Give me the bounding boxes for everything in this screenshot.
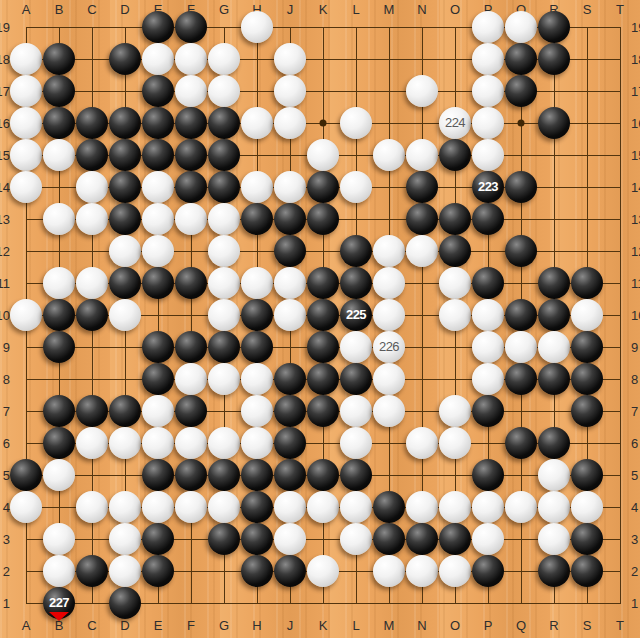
stone	[142, 75, 174, 107]
row-label-left: 1	[3, 597, 10, 610]
column-label-top: C	[87, 3, 96, 16]
stone	[538, 523, 570, 555]
stone	[76, 171, 108, 203]
stone	[175, 395, 207, 427]
stone	[307, 395, 339, 427]
stone	[109, 171, 141, 203]
stone	[505, 75, 537, 107]
stone	[505, 43, 537, 75]
stone	[274, 107, 306, 139]
row-label-right: 19	[631, 21, 640, 34]
stone	[571, 299, 603, 331]
stone	[472, 75, 504, 107]
last-move-marker	[49, 612, 69, 621]
stone	[340, 491, 372, 523]
column-label-top: G	[219, 3, 229, 16]
stone	[373, 235, 405, 267]
stone	[43, 299, 75, 331]
stone	[340, 331, 372, 363]
stone	[43, 331, 75, 363]
row-label-right: 1	[631, 597, 638, 610]
stone	[472, 555, 504, 587]
stone	[472, 203, 504, 235]
stone	[472, 331, 504, 363]
stone	[43, 267, 75, 299]
stone	[142, 267, 174, 299]
stone	[241, 203, 273, 235]
stone	[175, 11, 207, 43]
stone	[208, 331, 240, 363]
stone	[274, 75, 306, 107]
row-label-left: 11	[0, 277, 10, 290]
stone	[538, 331, 570, 363]
row-label-right: 5	[631, 469, 638, 482]
stone	[274, 299, 306, 331]
column-label-bottom: N	[417, 619, 426, 632]
row-label-right: 2	[631, 565, 638, 578]
stone	[175, 363, 207, 395]
stone	[142, 11, 174, 43]
stone	[406, 555, 438, 587]
stone	[505, 427, 537, 459]
row-label-left: 10	[0, 309, 10, 322]
stone	[307, 459, 339, 491]
stone	[340, 395, 372, 427]
stone	[274, 203, 306, 235]
stone	[43, 75, 75, 107]
row-label-right: 17	[631, 85, 640, 98]
stone	[472, 43, 504, 75]
stone	[505, 491, 537, 523]
column-label-bottom: Q	[516, 619, 526, 632]
stone	[76, 299, 108, 331]
row-label-left: 16	[0, 117, 10, 130]
stone	[406, 491, 438, 523]
stone	[142, 171, 174, 203]
stone	[274, 523, 306, 555]
row-label-right: 9	[631, 341, 638, 354]
row-label-left: 9	[3, 341, 10, 354]
stone	[274, 171, 306, 203]
stone	[439, 235, 471, 267]
stone	[10, 75, 42, 107]
stone	[472, 459, 504, 491]
stone	[142, 107, 174, 139]
stone	[373, 139, 405, 171]
stone: 223	[472, 171, 504, 203]
stone	[142, 555, 174, 587]
stone	[571, 523, 603, 555]
stone	[175, 459, 207, 491]
row-label-left: 12	[0, 245, 10, 258]
stone	[142, 331, 174, 363]
stone	[373, 267, 405, 299]
stone	[10, 171, 42, 203]
row-label-right: 10	[631, 309, 640, 322]
column-label-top: A	[22, 3, 31, 16]
move-number-label: 226	[379, 339, 399, 354]
stone	[538, 43, 570, 75]
stone	[373, 363, 405, 395]
stone	[439, 203, 471, 235]
stone	[241, 363, 273, 395]
stone	[109, 427, 141, 459]
row-label-right: 16	[631, 117, 640, 130]
stone	[208, 459, 240, 491]
stone	[307, 203, 339, 235]
column-label-bottom: H	[252, 619, 261, 632]
move-number-label: 223	[478, 179, 498, 194]
stone	[76, 427, 108, 459]
stone	[208, 43, 240, 75]
stone	[76, 491, 108, 523]
row-label-right: 7	[631, 405, 638, 418]
stone	[373, 491, 405, 523]
move-number-label: 224	[445, 115, 465, 130]
stone	[307, 171, 339, 203]
stone	[571, 395, 603, 427]
stone	[76, 107, 108, 139]
column-label-bottom: R	[549, 619, 558, 632]
stone	[340, 171, 372, 203]
stone	[406, 75, 438, 107]
column-label-bottom: K	[319, 619, 328, 632]
row-label-right: 13	[631, 213, 640, 226]
stone	[439, 395, 471, 427]
stone	[241, 331, 273, 363]
stone	[109, 523, 141, 555]
stone	[538, 427, 570, 459]
column-label-top: M	[384, 3, 395, 16]
row-label-right: 6	[631, 437, 638, 450]
star-point	[320, 120, 327, 127]
stone: 226	[373, 331, 405, 363]
stone	[340, 107, 372, 139]
stone	[109, 203, 141, 235]
stone	[505, 331, 537, 363]
stone	[241, 523, 273, 555]
stone	[208, 363, 240, 395]
row-label-left: 7	[3, 405, 10, 418]
stone	[340, 235, 372, 267]
stone	[373, 395, 405, 427]
column-label-bottom: E	[154, 619, 163, 632]
stone	[241, 107, 273, 139]
stone	[142, 491, 174, 523]
stone	[175, 43, 207, 75]
stone	[175, 107, 207, 139]
stone	[175, 491, 207, 523]
column-label-bottom: S	[583, 619, 592, 632]
row-label-left: 2	[3, 565, 10, 578]
stone	[274, 491, 306, 523]
stone	[340, 267, 372, 299]
stone	[439, 139, 471, 171]
column-label-bottom: C	[87, 619, 96, 632]
stone	[472, 299, 504, 331]
column-label-bottom: T	[616, 619, 624, 632]
row-label-left: 17	[0, 85, 10, 98]
stone: 225	[340, 299, 372, 331]
go-board[interactable]: AABBCCDDEEFFGGHHJJKKLLMMNNOOPPQQRRSSTT19…	[0, 0, 640, 638]
row-label-left: 4	[3, 501, 10, 514]
stone	[340, 427, 372, 459]
stone	[175, 267, 207, 299]
stone	[505, 11, 537, 43]
row-label-left: 5	[3, 469, 10, 482]
stone	[439, 267, 471, 299]
stone	[241, 11, 273, 43]
stone	[472, 363, 504, 395]
stone	[274, 267, 306, 299]
stone	[76, 203, 108, 235]
stone	[307, 363, 339, 395]
column-label-top: B	[55, 3, 64, 16]
stone	[43, 203, 75, 235]
column-label-bottom: P	[484, 619, 493, 632]
row-label-right: 4	[631, 501, 638, 514]
column-label-bottom: M	[384, 619, 395, 632]
stone	[43, 139, 75, 171]
stone	[43, 523, 75, 555]
stone	[274, 363, 306, 395]
stone	[472, 491, 504, 523]
stone	[175, 75, 207, 107]
column-label-top: N	[417, 3, 426, 16]
stone	[340, 363, 372, 395]
stone	[307, 139, 339, 171]
stone	[142, 459, 174, 491]
stone	[10, 459, 42, 491]
row-label-left: 8	[3, 373, 10, 386]
stone	[307, 331, 339, 363]
row-label-right: 15	[631, 149, 640, 162]
column-label-bottom: A	[22, 619, 31, 632]
stone	[241, 299, 273, 331]
stone	[142, 235, 174, 267]
stone	[472, 523, 504, 555]
stone	[10, 299, 42, 331]
row-label-right: 3	[631, 533, 638, 546]
stone	[340, 523, 372, 555]
stone	[43, 43, 75, 75]
stone	[406, 427, 438, 459]
stone	[472, 107, 504, 139]
stone	[241, 267, 273, 299]
star-point	[518, 120, 525, 127]
row-label-left: 19	[0, 21, 10, 34]
stone	[472, 139, 504, 171]
grid-line	[620, 27, 621, 604]
stone	[538, 491, 570, 523]
row-label-right: 8	[631, 373, 638, 386]
stone	[109, 587, 141, 619]
stone	[505, 299, 537, 331]
stone	[208, 235, 240, 267]
stone: 224	[439, 107, 471, 139]
stone	[439, 555, 471, 587]
stone	[307, 491, 339, 523]
stone	[241, 395, 273, 427]
stone	[406, 139, 438, 171]
stone	[175, 139, 207, 171]
stone	[439, 491, 471, 523]
row-label-left: 18	[0, 53, 10, 66]
stone	[109, 555, 141, 587]
stone	[241, 171, 273, 203]
row-label-left: 14	[0, 181, 10, 194]
move-number-label: 225	[346, 307, 366, 322]
column-label-bottom: G	[219, 619, 229, 632]
column-label-top: S	[583, 3, 592, 16]
stone	[307, 267, 339, 299]
stone	[439, 427, 471, 459]
stone	[406, 171, 438, 203]
stone	[142, 427, 174, 459]
stone	[208, 267, 240, 299]
column-label-top: D	[120, 3, 129, 16]
row-label-left: 15	[0, 149, 10, 162]
stone	[10, 43, 42, 75]
stone	[307, 555, 339, 587]
stone	[208, 491, 240, 523]
column-label-bottom: J	[287, 619, 294, 632]
stone	[175, 331, 207, 363]
stone	[472, 267, 504, 299]
stone	[109, 139, 141, 171]
stone	[10, 139, 42, 171]
stone	[274, 427, 306, 459]
stone	[109, 395, 141, 427]
column-label-top: T	[616, 3, 624, 16]
stone	[142, 203, 174, 235]
stone	[274, 43, 306, 75]
stone	[274, 555, 306, 587]
stone	[43, 555, 75, 587]
stone	[43, 427, 75, 459]
stone	[538, 107, 570, 139]
row-label-right: 14	[631, 181, 640, 194]
column-label-bottom: O	[450, 619, 460, 632]
stone	[505, 363, 537, 395]
stone	[538, 363, 570, 395]
stone	[175, 171, 207, 203]
row-label-right: 11	[631, 277, 640, 290]
stone	[241, 459, 273, 491]
stone	[571, 459, 603, 491]
row-label-left: 3	[3, 533, 10, 546]
stone	[142, 523, 174, 555]
stone	[406, 523, 438, 555]
row-label-right: 18	[631, 53, 640, 66]
stone	[307, 299, 339, 331]
stone	[175, 427, 207, 459]
column-label-top: K	[319, 3, 328, 16]
stone	[208, 171, 240, 203]
stone: 227	[43, 587, 75, 619]
stone	[373, 555, 405, 587]
stone	[109, 299, 141, 331]
stone	[373, 523, 405, 555]
stone	[76, 267, 108, 299]
stone	[538, 267, 570, 299]
stone	[208, 107, 240, 139]
stone	[340, 459, 372, 491]
stone	[571, 491, 603, 523]
stone	[538, 555, 570, 587]
row-label-right: 12	[631, 245, 640, 258]
stone	[505, 235, 537, 267]
stone	[109, 235, 141, 267]
stone	[142, 139, 174, 171]
stone	[109, 267, 141, 299]
stone	[142, 363, 174, 395]
stone	[571, 331, 603, 363]
stone	[109, 491, 141, 523]
column-label-bottom: D	[120, 619, 129, 632]
stone	[76, 395, 108, 427]
stone	[571, 363, 603, 395]
stone	[109, 107, 141, 139]
stone	[505, 171, 537, 203]
stone	[241, 491, 273, 523]
stone	[43, 459, 75, 491]
stone	[208, 203, 240, 235]
stone	[538, 459, 570, 491]
stone	[406, 203, 438, 235]
stone	[406, 235, 438, 267]
stone	[208, 299, 240, 331]
move-number-label: 227	[49, 595, 69, 610]
column-label-top: L	[352, 3, 359, 16]
stone	[439, 299, 471, 331]
stone	[208, 427, 240, 459]
stone	[571, 555, 603, 587]
stone	[10, 107, 42, 139]
row-label-left: 13	[0, 213, 10, 226]
stone	[208, 523, 240, 555]
stone	[76, 139, 108, 171]
stone	[208, 75, 240, 107]
stone	[142, 43, 174, 75]
stone	[43, 107, 75, 139]
stone	[439, 523, 471, 555]
stone	[472, 11, 504, 43]
stone	[571, 267, 603, 299]
stone	[142, 395, 174, 427]
column-label-top: O	[450, 3, 460, 16]
column-label-top: J	[287, 3, 294, 16]
stone	[241, 555, 273, 587]
stone	[274, 235, 306, 267]
stone	[175, 203, 207, 235]
stone	[274, 395, 306, 427]
stone	[538, 11, 570, 43]
stone	[109, 43, 141, 75]
stone	[538, 299, 570, 331]
stone	[472, 395, 504, 427]
stone	[10, 491, 42, 523]
stone	[208, 139, 240, 171]
column-label-bottom: F	[187, 619, 195, 632]
stone	[76, 555, 108, 587]
stone	[43, 395, 75, 427]
stone	[373, 299, 405, 331]
stone	[274, 459, 306, 491]
row-label-left: 6	[3, 437, 10, 450]
column-label-bottom: L	[352, 619, 359, 632]
stone	[241, 427, 273, 459]
